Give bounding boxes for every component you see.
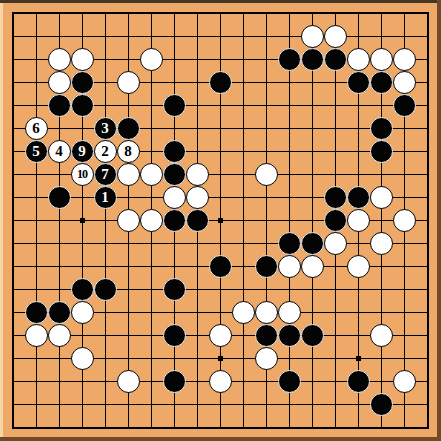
white-stone	[255, 347, 278, 370]
white-stone	[71, 301, 94, 324]
black-stone	[347, 186, 370, 209]
black-stone	[163, 324, 186, 347]
white-stone	[393, 48, 416, 71]
black-stone	[301, 324, 324, 347]
white-stone	[255, 301, 278, 324]
board-frame-left	[0, 0, 3, 441]
white-stone	[347, 48, 370, 71]
white-stone	[301, 25, 324, 48]
black-stone	[163, 140, 186, 163]
black-stone	[370, 71, 393, 94]
black-stone	[370, 140, 393, 163]
black-stone	[71, 71, 94, 94]
black-stone	[117, 117, 140, 140]
star-point	[218, 356, 223, 361]
white-stone	[117, 209, 140, 232]
board-frame-right	[437, 0, 441, 441]
white-stone	[71, 347, 94, 370]
white-stone	[209, 324, 232, 347]
black-stone	[278, 370, 301, 393]
white-stone	[48, 48, 71, 71]
black-stone	[324, 186, 347, 209]
white-stone	[370, 48, 393, 71]
black-stone	[278, 232, 301, 255]
black-stone	[163, 94, 186, 117]
white-stone	[48, 324, 71, 347]
black-stone	[94, 186, 117, 209]
black-stone	[209, 255, 232, 278]
black-stone	[255, 324, 278, 347]
black-stone	[71, 94, 94, 117]
star-point	[356, 356, 361, 361]
white-stone	[370, 324, 393, 347]
white-stone	[117, 163, 140, 186]
black-stone	[163, 278, 186, 301]
white-stone	[140, 163, 163, 186]
white-stone	[347, 209, 370, 232]
black-stone	[370, 117, 393, 140]
black-stone	[301, 48, 324, 71]
white-stone	[48, 71, 71, 94]
white-stone	[163, 186, 186, 209]
black-stone	[163, 370, 186, 393]
black-stone	[94, 117, 117, 140]
white-stone	[393, 209, 416, 232]
black-stone	[48, 186, 71, 209]
black-stone	[25, 301, 48, 324]
black-stone	[94, 278, 117, 301]
white-stone	[324, 232, 347, 255]
board-frame-top	[0, 0, 441, 3]
black-stone	[255, 255, 278, 278]
white-stone	[370, 232, 393, 255]
black-stone	[94, 163, 117, 186]
white-stone	[370, 186, 393, 209]
white-stone	[209, 370, 232, 393]
white-stone	[48, 140, 71, 163]
black-stone	[324, 209, 347, 232]
star-point	[218, 218, 223, 223]
white-stone	[393, 370, 416, 393]
black-stone	[347, 71, 370, 94]
white-stone	[347, 255, 370, 278]
black-stone	[393, 94, 416, 117]
white-stone	[301, 255, 324, 278]
white-stone	[140, 209, 163, 232]
black-stone	[370, 393, 393, 416]
white-stone	[278, 301, 301, 324]
white-stone	[186, 186, 209, 209]
white-stone	[140, 48, 163, 71]
black-stone	[347, 370, 370, 393]
black-stone	[301, 232, 324, 255]
board-frame-bottom	[0, 437, 441, 441]
black-stone	[324, 48, 347, 71]
go-board[interactable]: 12345678910	[0, 0, 441, 441]
white-stone	[232, 301, 255, 324]
white-stone	[25, 324, 48, 347]
white-stone	[324, 25, 347, 48]
black-stone	[48, 94, 71, 117]
black-stone	[163, 163, 186, 186]
black-stone	[186, 209, 209, 232]
star-point	[80, 218, 85, 223]
white-stone	[117, 140, 140, 163]
black-stone	[71, 278, 94, 301]
white-stone	[393, 71, 416, 94]
white-stone	[186, 163, 209, 186]
white-stone	[117, 71, 140, 94]
black-stone	[71, 140, 94, 163]
white-stone	[255, 163, 278, 186]
black-stone	[25, 140, 48, 163]
white-stone	[71, 48, 94, 71]
black-stone	[278, 324, 301, 347]
white-stone	[25, 117, 48, 140]
white-stone	[278, 255, 301, 278]
black-stone	[48, 301, 71, 324]
black-stone	[278, 48, 301, 71]
black-stone	[209, 71, 232, 94]
white-stone	[94, 140, 117, 163]
black-stone	[163, 209, 186, 232]
white-stone	[117, 370, 140, 393]
white-stone	[71, 163, 94, 186]
